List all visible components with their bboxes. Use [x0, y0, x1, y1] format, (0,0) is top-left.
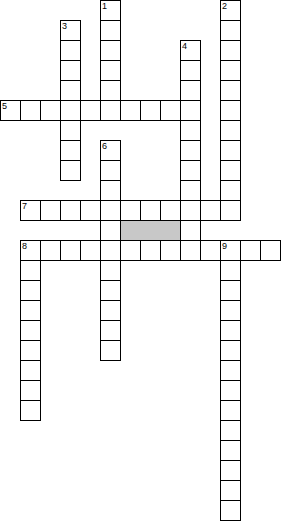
cell-r8-c11[interactable] — [220, 160, 241, 181]
cell-r5-c6[interactable] — [120, 100, 141, 121]
cell-r19-c1[interactable] — [20, 380, 41, 401]
cell-r5-c9[interactable] — [180, 100, 201, 121]
cell-r10-c3[interactable] — [60, 200, 81, 221]
cell-r13-c11[interactable] — [220, 260, 241, 281]
cell-r24-c11[interactable] — [220, 480, 241, 501]
cell-r12-c3[interactable] — [60, 240, 81, 261]
cell-r19-c11[interactable] — [220, 380, 241, 401]
cell-r14-c1[interactable] — [20, 280, 41, 301]
cell-r8-c3[interactable] — [60, 160, 81, 181]
cell-r3-c11[interactable] — [220, 60, 241, 81]
cell-r10-c8[interactable] — [160, 200, 181, 221]
cell-r12-c10[interactable] — [200, 240, 221, 261]
cell-r5-c5[interactable] — [100, 100, 121, 121]
cell-r12-c8[interactable] — [160, 240, 181, 261]
cell-r4-c5[interactable] — [100, 80, 121, 101]
cell-r10-c11[interactable] — [220, 200, 241, 221]
cell-r18-c1[interactable] — [20, 360, 41, 381]
cell-r10-c10[interactable] — [200, 200, 221, 221]
cell-r0-c11[interactable]: 2 — [220, 0, 241, 21]
cell-r12-c11[interactable]: 9 — [220, 240, 241, 261]
cell-r18-c11[interactable] — [220, 360, 241, 381]
cell-r2-c5[interactable] — [100, 40, 121, 61]
cell-r12-c6[interactable] — [120, 240, 141, 261]
cell-r5-c4[interactable] — [80, 100, 101, 121]
cell-r17-c1[interactable] — [20, 340, 41, 361]
cell-r9-c5[interactable] — [100, 180, 121, 201]
cell-r13-c1[interactable] — [20, 260, 41, 281]
crossword-board: 123456789 — [0, 0, 281, 521]
clue-number-8: 8 — [22, 241, 27, 251]
cell-r12-c12[interactable] — [240, 240, 261, 261]
cell-r16-c1[interactable] — [20, 320, 41, 341]
cell-r22-c11[interactable] — [220, 440, 241, 461]
cell-r14-c11[interactable] — [220, 280, 241, 301]
cell-r16-c5[interactable] — [100, 320, 121, 341]
cell-r7-c9[interactable] — [180, 140, 201, 161]
cell-r15-c5[interactable] — [100, 300, 121, 321]
cell-r5-c3[interactable] — [60, 100, 81, 121]
cell-r3-c5[interactable] — [100, 60, 121, 81]
cell-r17-c11[interactable] — [220, 340, 241, 361]
cell-r7-c5[interactable]: 6 — [100, 140, 121, 161]
cell-r9-c11[interactable] — [220, 180, 241, 201]
cell-r3-c3[interactable] — [60, 60, 81, 81]
cell-r8-c9[interactable] — [180, 160, 201, 181]
cell-r12-c5[interactable] — [100, 240, 121, 261]
clue-number-2: 2 — [222, 1, 227, 11]
cell-r10-c9[interactable] — [180, 200, 201, 221]
cell-r21-c11[interactable] — [220, 420, 241, 441]
cell-r20-c11[interactable] — [220, 400, 241, 421]
clue-number-3: 3 — [62, 21, 67, 31]
cell-r8-c5[interactable] — [100, 160, 121, 181]
cell-r11-c5[interactable] — [100, 220, 121, 241]
cell-r5-c8[interactable] — [160, 100, 181, 121]
cell-r1-c11[interactable] — [220, 20, 241, 41]
cell-r12-c2[interactable] — [40, 240, 61, 261]
cell-r12-c9[interactable] — [180, 240, 201, 261]
cell-r14-c5[interactable] — [100, 280, 121, 301]
cell-r4-c9[interactable] — [180, 80, 201, 101]
cell-r0-c5[interactable]: 1 — [100, 0, 121, 21]
cell-r11-c9[interactable] — [180, 220, 201, 241]
cell-r6-c9[interactable] — [180, 120, 201, 141]
clue-number-4: 4 — [182, 41, 187, 51]
cell-r12-c1[interactable]: 8 — [20, 240, 41, 261]
cell-r3-c9[interactable] — [180, 60, 201, 81]
cell-r4-c11[interactable] — [220, 80, 241, 101]
cell-r12-c13[interactable] — [260, 240, 281, 261]
cell-r16-c11[interactable] — [220, 320, 241, 341]
cell-r10-c1[interactable]: 7 — [20, 200, 41, 221]
cell-r9-c9[interactable] — [180, 180, 201, 201]
cell-r7-c11[interactable] — [220, 140, 241, 161]
clue-number-5: 5 — [2, 101, 7, 111]
cell-r7-c3[interactable] — [60, 140, 81, 161]
cell-r13-c5[interactable] — [100, 260, 121, 281]
cell-r12-c7[interactable] — [140, 240, 161, 261]
cell-r15-c1[interactable] — [20, 300, 41, 321]
cell-r4-c3[interactable] — [60, 80, 81, 101]
cell-r17-c5[interactable] — [100, 340, 121, 361]
cell-r10-c7[interactable] — [140, 200, 161, 221]
shaded-block — [120, 220, 181, 241]
clue-number-7: 7 — [22, 201, 27, 211]
cell-r1-c3[interactable]: 3 — [60, 20, 81, 41]
cell-r5-c0[interactable]: 5 — [0, 100, 21, 121]
cell-r10-c5[interactable] — [100, 200, 121, 221]
clue-number-6: 6 — [102, 141, 107, 151]
cell-r5-c2[interactable] — [40, 100, 61, 121]
cell-r15-c11[interactable] — [220, 300, 241, 321]
cell-r2-c11[interactable] — [220, 40, 241, 61]
cell-r2-c9[interactable]: 4 — [180, 40, 201, 61]
cell-r5-c7[interactable] — [140, 100, 161, 121]
cell-r12-c4[interactable] — [80, 240, 101, 261]
cell-r1-c5[interactable] — [100, 20, 121, 41]
cell-r5-c11[interactable] — [220, 100, 241, 121]
cell-r23-c11[interactable] — [220, 460, 241, 481]
cell-r25-c11[interactable] — [220, 500, 241, 521]
cell-r6-c11[interactable] — [220, 120, 241, 141]
clue-number-9: 9 — [222, 241, 227, 251]
cell-r10-c6[interactable] — [120, 200, 141, 221]
cell-r10-c4[interactable] — [80, 200, 101, 221]
cell-r20-c1[interactable] — [20, 400, 41, 421]
clue-number-1: 1 — [102, 1, 107, 11]
cell-r6-c3[interactable] — [60, 120, 81, 141]
cell-r2-c3[interactable] — [60, 40, 81, 61]
cell-r5-c1[interactable] — [20, 100, 41, 121]
cell-r10-c2[interactable] — [40, 200, 61, 221]
